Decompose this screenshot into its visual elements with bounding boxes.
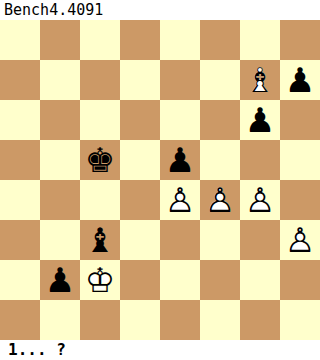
square-a1[interactable] xyxy=(0,300,40,340)
square-c8[interactable] xyxy=(80,20,120,60)
square-c6[interactable] xyxy=(80,100,120,140)
square-e6[interactable] xyxy=(160,100,200,140)
piece-outline: ♗ xyxy=(240,60,280,100)
square-e4[interactable]: ♟♙ xyxy=(160,180,200,220)
square-g4[interactable]: ♟♙ xyxy=(240,180,280,220)
square-h6[interactable] xyxy=(280,100,320,140)
black-pawn: ♟ xyxy=(160,140,200,180)
puzzle-title: Bench4.4091 xyxy=(4,0,103,20)
white-pawn: ♟♙ xyxy=(160,180,200,220)
square-e7[interactable] xyxy=(160,60,200,100)
move-prompt: 1... ? xyxy=(8,340,66,360)
square-g6[interactable]: ♟ xyxy=(240,100,280,140)
square-d1[interactable] xyxy=(120,300,160,340)
square-e5[interactable]: ♟ xyxy=(160,140,200,180)
square-h7[interactable]: ♟ xyxy=(280,60,320,100)
footer-bar: 1... ? xyxy=(0,340,320,360)
square-d7[interactable] xyxy=(120,60,160,100)
black-bishop: ♝ xyxy=(80,220,120,260)
piece-body: ♟ xyxy=(160,140,200,180)
square-d8[interactable] xyxy=(120,20,160,60)
square-c7[interactable] xyxy=(80,60,120,100)
square-c5[interactable]: ♚ xyxy=(80,140,120,180)
square-h3[interactable]: ♟♙ xyxy=(280,220,320,260)
chess-board: ♝♗♟♟♚♟♟♙♟♙♟♙♝♟♙♟♚♔ xyxy=(0,20,320,340)
piece-body: ♚ xyxy=(80,140,120,180)
square-f4[interactable]: ♟♙ xyxy=(200,180,240,220)
white-pawn: ♟♙ xyxy=(280,220,320,260)
black-pawn: ♟ xyxy=(240,100,280,140)
black-pawn: ♟ xyxy=(280,60,320,100)
square-f2[interactable] xyxy=(200,260,240,300)
square-f3[interactable] xyxy=(200,220,240,260)
square-f7[interactable] xyxy=(200,60,240,100)
square-g3[interactable] xyxy=(240,220,280,260)
piece-body: ♝ xyxy=(80,220,120,260)
title-bar: Bench4.4091 xyxy=(0,0,320,20)
square-e1[interactable] xyxy=(160,300,200,340)
square-f6[interactable] xyxy=(200,100,240,140)
square-b5[interactable] xyxy=(40,140,80,180)
square-b3[interactable] xyxy=(40,220,80,260)
square-d6[interactable] xyxy=(120,100,160,140)
square-b4[interactable] xyxy=(40,180,80,220)
square-b8[interactable] xyxy=(40,20,80,60)
square-b6[interactable] xyxy=(40,100,80,140)
square-g5[interactable] xyxy=(240,140,280,180)
black-king: ♚ xyxy=(80,140,120,180)
piece-outline: ♙ xyxy=(160,180,200,220)
square-e8[interactable] xyxy=(160,20,200,60)
square-h2[interactable] xyxy=(280,260,320,300)
square-f1[interactable] xyxy=(200,300,240,340)
square-b2[interactable]: ♟ xyxy=(40,260,80,300)
square-g7[interactable]: ♝♗ xyxy=(240,60,280,100)
square-d4[interactable] xyxy=(120,180,160,220)
square-e3[interactable] xyxy=(160,220,200,260)
square-d2[interactable] xyxy=(120,260,160,300)
square-e2[interactable] xyxy=(160,260,200,300)
square-c3[interactable]: ♝ xyxy=(80,220,120,260)
square-c1[interactable] xyxy=(80,300,120,340)
square-c2[interactable]: ♚♔ xyxy=(80,260,120,300)
square-h5[interactable] xyxy=(280,140,320,180)
square-b7[interactable] xyxy=(40,60,80,100)
piece-outline: ♙ xyxy=(200,180,240,220)
square-a8[interactable] xyxy=(0,20,40,60)
square-g1[interactable] xyxy=(240,300,280,340)
square-g2[interactable] xyxy=(240,260,280,300)
square-a6[interactable] xyxy=(0,100,40,140)
piece-outline: ♔ xyxy=(80,260,120,300)
square-a3[interactable] xyxy=(0,220,40,260)
square-h8[interactable] xyxy=(280,20,320,60)
chess-puzzle-window: Bench4.4091 ♝♗♟♟♚♟♟♙♟♙♟♙♝♟♙♟♚♔ 1... ? xyxy=(0,0,320,360)
square-c4[interactable] xyxy=(80,180,120,220)
square-a4[interactable] xyxy=(0,180,40,220)
piece-body: ♟ xyxy=(240,100,280,140)
square-d5[interactable] xyxy=(120,140,160,180)
square-g8[interactable] xyxy=(240,20,280,60)
square-d3[interactable] xyxy=(120,220,160,260)
square-h1[interactable] xyxy=(280,300,320,340)
square-f5[interactable] xyxy=(200,140,240,180)
square-a2[interactable] xyxy=(0,260,40,300)
piece-outline: ♙ xyxy=(240,180,280,220)
square-a5[interactable] xyxy=(0,140,40,180)
piece-body: ♟ xyxy=(40,260,80,300)
square-f8[interactable] xyxy=(200,20,240,60)
square-h4[interactable] xyxy=(280,180,320,220)
piece-outline: ♙ xyxy=(280,220,320,260)
white-king: ♚♔ xyxy=(80,260,120,300)
black-pawn: ♟ xyxy=(40,260,80,300)
square-a7[interactable] xyxy=(0,60,40,100)
white-bishop: ♝♗ xyxy=(240,60,280,100)
square-b1[interactable] xyxy=(40,300,80,340)
piece-body: ♟ xyxy=(280,60,320,100)
white-pawn: ♟♙ xyxy=(240,180,280,220)
white-pawn: ♟♙ xyxy=(200,180,240,220)
